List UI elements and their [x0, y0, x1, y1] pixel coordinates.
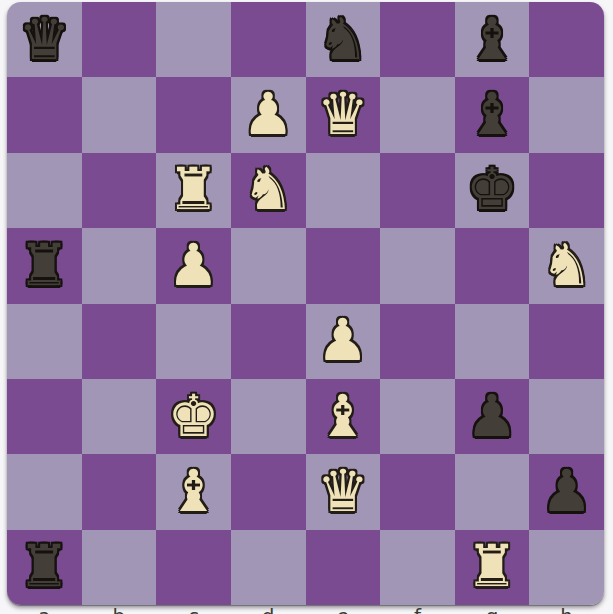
square-h7[interactable] — [529, 77, 604, 152]
black-rook[interactable]: ♜ — [18, 537, 70, 595]
square-f8[interactable] — [380, 2, 455, 77]
file-label-h: h — [529, 605, 604, 614]
file-coordinates-row: abcdefgh — [7, 605, 604, 614]
square-e3[interactable]: ♝ — [306, 379, 381, 454]
square-c3[interactable]: ♚ — [156, 379, 231, 454]
square-d8[interactable] — [231, 2, 306, 77]
square-g2[interactable] — [455, 454, 530, 529]
square-b1[interactable] — [82, 530, 157, 605]
square-h4[interactable] — [529, 304, 604, 379]
square-b2[interactable] — [82, 454, 157, 529]
square-f2[interactable] — [380, 454, 455, 529]
square-f4[interactable] — [380, 304, 455, 379]
square-a1[interactable]: ♜ — [7, 530, 82, 605]
square-d6[interactable]: ♞ — [231, 153, 306, 228]
white-rook[interactable]: ♜ — [168, 160, 220, 218]
square-f3[interactable] — [380, 379, 455, 454]
square-b4[interactable] — [82, 304, 157, 379]
black-bishop[interactable]: ♝ — [466, 10, 518, 68]
square-d5[interactable] — [231, 228, 306, 303]
square-h1[interactable] — [529, 530, 604, 605]
file-label-b: b — [82, 605, 157, 614]
square-f1[interactable] — [380, 530, 455, 605]
square-g5[interactable] — [455, 228, 530, 303]
square-h5[interactable]: ♞ — [529, 228, 604, 303]
file-label-a: a — [7, 605, 82, 614]
white-queen[interactable]: ♛ — [317, 462, 369, 520]
square-d7[interactable]: ♟ — [231, 77, 306, 152]
square-d4[interactable] — [231, 304, 306, 379]
square-a7[interactable] — [7, 77, 82, 152]
square-a2[interactable] — [7, 454, 82, 529]
file-label-d: d — [231, 605, 306, 614]
square-a8[interactable]: ♛ — [7, 2, 82, 77]
white-bishop[interactable]: ♝ — [168, 462, 220, 520]
chess-board: ♛♞♝♟♛♝♜♞♚♜♟♞♟♚♝♟♝♛♟♜♜ — [7, 2, 604, 605]
square-g4[interactable] — [455, 304, 530, 379]
square-g7[interactable]: ♝ — [455, 77, 530, 152]
square-b8[interactable] — [82, 2, 157, 77]
white-king[interactable]: ♚ — [168, 387, 220, 445]
square-b6[interactable] — [82, 153, 157, 228]
square-e8[interactable]: ♞ — [306, 2, 381, 77]
file-label-g: g — [455, 605, 530, 614]
square-f6[interactable] — [380, 153, 455, 228]
square-a6[interactable] — [7, 153, 82, 228]
square-b7[interactable] — [82, 77, 157, 152]
square-a3[interactable] — [7, 379, 82, 454]
square-e7[interactable]: ♛ — [306, 77, 381, 152]
square-b5[interactable] — [82, 228, 157, 303]
square-d3[interactable] — [231, 379, 306, 454]
black-queen[interactable]: ♛ — [18, 10, 70, 68]
white-pawn[interactable]: ♟ — [242, 85, 294, 143]
black-king[interactable]: ♚ — [466, 160, 518, 218]
file-label-c: c — [156, 605, 231, 614]
black-pawn[interactable]: ♟ — [466, 387, 518, 445]
file-label-f: f — [380, 605, 455, 614]
square-e5[interactable] — [306, 228, 381, 303]
square-g1[interactable]: ♜ — [455, 530, 530, 605]
square-c1[interactable] — [156, 530, 231, 605]
square-g3[interactable]: ♟ — [455, 379, 530, 454]
square-e1[interactable] — [306, 530, 381, 605]
square-a4[interactable] — [7, 304, 82, 379]
square-e6[interactable] — [306, 153, 381, 228]
black-knight[interactable]: ♞ — [317, 10, 369, 68]
square-c6[interactable]: ♜ — [156, 153, 231, 228]
square-e4[interactable]: ♟ — [306, 304, 381, 379]
square-c7[interactable] — [156, 77, 231, 152]
file-label-e: e — [306, 605, 381, 614]
white-rook[interactable]: ♜ — [466, 537, 518, 595]
square-h8[interactable] — [529, 2, 604, 77]
square-g8[interactable]: ♝ — [455, 2, 530, 77]
square-a5[interactable]: ♜ — [7, 228, 82, 303]
square-b3[interactable] — [82, 379, 157, 454]
white-knight[interactable]: ♞ — [242, 160, 294, 218]
square-c4[interactable] — [156, 304, 231, 379]
chess-app-stage: ♛♞♝♟♛♝♜♞♚♜♟♞♟♚♝♟♝♛♟♜♜ abcdefgh — [0, 0, 613, 614]
black-pawn[interactable]: ♟ — [541, 462, 593, 520]
white-pawn[interactable]: ♟ — [317, 311, 369, 369]
square-f5[interactable] — [380, 228, 455, 303]
white-knight[interactable]: ♞ — [541, 236, 593, 294]
square-d2[interactable] — [231, 454, 306, 529]
black-bishop[interactable]: ♝ — [466, 85, 518, 143]
square-h2[interactable]: ♟ — [529, 454, 604, 529]
square-c2[interactable]: ♝ — [156, 454, 231, 529]
white-bishop[interactable]: ♝ — [317, 387, 369, 445]
white-queen[interactable]: ♛ — [317, 85, 369, 143]
square-c8[interactable] — [156, 2, 231, 77]
square-f7[interactable] — [380, 77, 455, 152]
square-e2[interactable]: ♛ — [306, 454, 381, 529]
black-rook[interactable]: ♜ — [18, 236, 70, 294]
square-d1[interactable] — [231, 530, 306, 605]
square-c5[interactable]: ♟ — [156, 228, 231, 303]
square-g6[interactable]: ♚ — [455, 153, 530, 228]
white-pawn[interactable]: ♟ — [168, 236, 220, 294]
square-h3[interactable] — [529, 379, 604, 454]
square-h6[interactable] — [529, 153, 604, 228]
